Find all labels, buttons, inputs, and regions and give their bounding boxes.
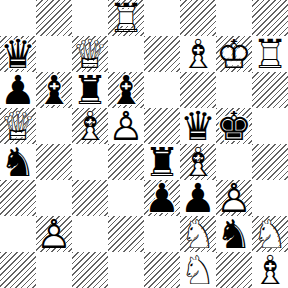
square-a1[interactable] [0,252,36,288]
chess-board: ♜♖♛♛♕♝♗♚♔♜♖♟♝♜♝♛♕♝♗♟♙♛♚♞♜♝♗♟♟♟♙♟♙♞♘♞♞♘♞♘… [0,0,288,288]
bishop-outline: ♗ [180,31,216,77]
white-queen-c7[interactable]: ♛♕ [72,34,108,74]
square-e3[interactable]: ♟ [144,180,180,216]
bishop-outline: ♗ [180,139,216,185]
pawn-outline: ♙ [216,175,252,221]
white-knight-f1[interactable]: ♞♘ [180,250,216,288]
square-c4[interactable] [72,144,108,180]
square-c7[interactable]: ♛♕ [72,36,108,72]
black-pawn-e3[interactable]: ♟ [144,178,180,218]
bishop-outline: ♗ [72,103,108,149]
square-d3[interactable] [108,180,144,216]
square-d5[interactable]: ♟♙ [108,108,144,144]
square-g3[interactable]: ♟♙ [216,180,252,216]
square-e2[interactable] [144,216,180,252]
square-c2[interactable] [72,216,108,252]
white-king-g7[interactable]: ♚♔ [216,34,252,74]
square-d4[interactable] [108,144,144,180]
white-bishop-h1[interactable]: ♝♗ [252,250,288,288]
square-a4[interactable]: ♞ [0,144,36,180]
square-d8[interactable]: ♜♖ [108,0,144,36]
square-c3[interactable] [72,180,108,216]
square-h1[interactable]: ♝♗ [252,252,288,288]
queen-outline: ♕ [0,103,36,149]
rook-outline: ♖ [108,0,144,41]
square-b2[interactable]: ♟♙ [36,216,72,252]
king-outline: ♔ [216,31,252,77]
square-b4[interactable] [36,144,72,180]
white-pawn-g3[interactable]: ♟♙ [216,178,252,218]
square-g2[interactable]: ♞ [216,216,252,252]
rook-outline: ♖ [252,31,288,77]
square-f4[interactable]: ♝♗ [180,144,216,180]
white-bishop-f4[interactable]: ♝♗ [180,142,216,182]
square-e6[interactable] [144,72,180,108]
square-e8[interactable] [144,0,180,36]
square-g1[interactable] [216,252,252,288]
white-bishop-c5[interactable]: ♝♗ [72,106,108,146]
square-d1[interactable] [108,252,144,288]
white-pawn-d5[interactable]: ♟♙ [108,106,144,146]
white-rook-h7[interactable]: ♜♖ [252,34,288,74]
square-b8[interactable] [36,0,72,36]
square-h6[interactable] [252,72,288,108]
black-bishop-b6[interactable]: ♝ [36,70,72,110]
white-bishop-f7[interactable]: ♝♗ [180,34,216,74]
square-c5[interactable]: ♝♗ [72,108,108,144]
square-d2[interactable] [108,216,144,252]
square-a5[interactable]: ♛♕ [0,108,36,144]
square-g7[interactable]: ♚♔ [216,36,252,72]
square-h5[interactable] [252,108,288,144]
bishop-outline: ♗ [252,247,288,288]
square-b6[interactable]: ♝ [36,72,72,108]
square-h7[interactable]: ♜♖ [252,36,288,72]
square-f1[interactable]: ♞♘ [180,252,216,288]
black-king-g5[interactable]: ♚ [216,106,252,146]
square-e1[interactable] [144,252,180,288]
square-f7[interactable]: ♝♗ [180,36,216,72]
white-pawn-b2[interactable]: ♟♙ [36,214,72,254]
square-c1[interactable] [72,252,108,288]
white-rook-d8[interactable]: ♜♖ [108,0,144,38]
white-queen-a5[interactable]: ♛♕ [0,106,36,146]
pawn-glyph: ♟ [144,175,180,221]
square-b5[interactable] [36,108,72,144]
queen-outline: ♕ [72,31,108,77]
bishop-glyph: ♝ [36,67,72,113]
square-b1[interactable] [36,252,72,288]
square-e7[interactable] [144,36,180,72]
pawn-outline: ♙ [36,211,72,257]
pawn-outline: ♙ [108,103,144,149]
square-a2[interactable] [0,216,36,252]
knight-outline: ♘ [180,247,216,288]
king-glyph: ♚ [216,103,252,149]
square-g5[interactable]: ♚ [216,108,252,144]
square-h4[interactable] [252,144,288,180]
square-a3[interactable] [0,180,36,216]
